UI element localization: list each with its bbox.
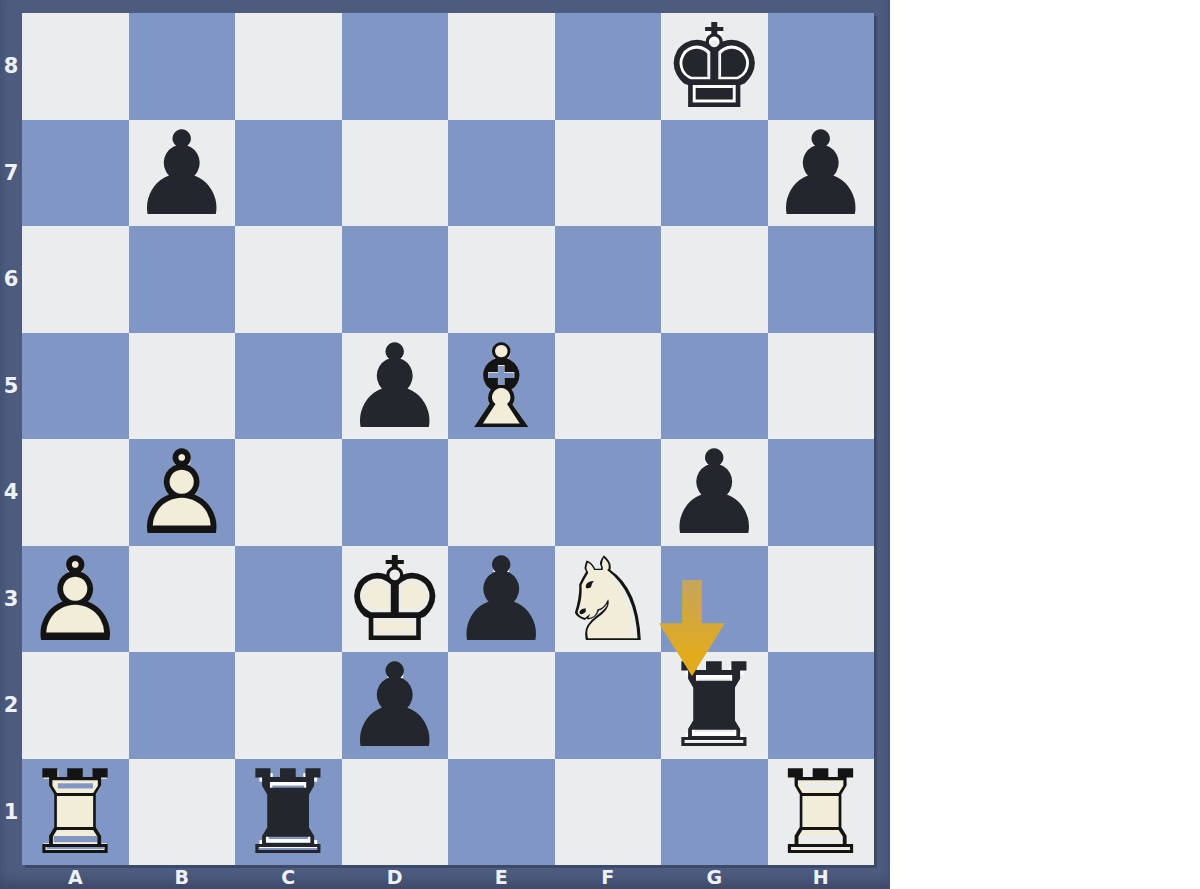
- piece-black-rook[interactable]: ♜♜: [661, 652, 768, 759]
- piece-black-pawn[interactable]: ♟♟: [342, 333, 449, 440]
- square-h1[interactable]: ♜♖: [768, 759, 875, 866]
- rank-label-6: 6: [0, 226, 22, 333]
- square-h2[interactable]: [768, 652, 875, 759]
- square-g2[interactable]: ♜♜: [661, 652, 768, 759]
- side-panel: [890, 0, 1200, 889]
- piece-white-rook[interactable]: ♜♖: [768, 759, 875, 866]
- square-g7[interactable]: [661, 120, 768, 227]
- piece-black-pawn[interactable]: ♟♟: [768, 120, 875, 227]
- square-h3[interactable]: [768, 546, 875, 653]
- square-e4[interactable]: [448, 439, 555, 546]
- square-h5[interactable]: [768, 333, 875, 440]
- square-f1[interactable]: [555, 759, 662, 866]
- square-d3[interactable]: ♚♔: [342, 546, 449, 653]
- file-label-b: B: [129, 865, 236, 889]
- chess-board: ♚♚♟♟♟♟♟♟♝♗♟♙♟♟♟♙♚♔♟♟♞♘♟♟♜♜♜♖♜♜♜♖: [22, 13, 874, 865]
- square-a7[interactable]: [22, 120, 129, 227]
- square-d5[interactable]: ♟♟: [342, 333, 449, 440]
- square-f8[interactable]: [555, 13, 662, 120]
- square-a3[interactable]: ♟♙: [22, 546, 129, 653]
- rank-label-2: 2: [0, 652, 22, 759]
- piece-body: ♟: [661, 440, 768, 547]
- square-c6[interactable]: [235, 226, 342, 333]
- piece-white-pawn[interactable]: ♟♙: [22, 546, 129, 653]
- square-h4[interactable]: [768, 439, 875, 546]
- piece-body: ♟: [129, 121, 236, 228]
- rank-label-4: 4: [0, 439, 22, 546]
- piece-white-rook[interactable]: ♜♖: [22, 759, 129, 866]
- file-label-d: D: [342, 865, 449, 889]
- square-f5[interactable]: [555, 333, 662, 440]
- piece-black-pawn[interactable]: ♟♟: [129, 120, 236, 227]
- piece-outline: ♙: [129, 440, 236, 547]
- square-e5[interactable]: ♝♗: [448, 333, 555, 440]
- square-c4[interactable]: [235, 439, 342, 546]
- chess-board-frame: 87654321 ♚♚♟♟♟♟♟♟♝♗♟♙♟♟♟♙♚♔♟♟♞♘♟♟♜♜♜♖♜♜♜…: [0, 0, 890, 889]
- square-c3[interactable]: [235, 546, 342, 653]
- piece-outline: ♔: [342, 547, 449, 654]
- square-h7[interactable]: ♟♟: [768, 120, 875, 227]
- rank-label-3: 3: [0, 546, 22, 653]
- rank-label-5: 5: [0, 333, 22, 440]
- piece-body: ♟: [342, 334, 449, 441]
- square-a2[interactable]: [22, 652, 129, 759]
- square-e3[interactable]: ♟♟: [448, 546, 555, 653]
- square-e2[interactable]: [448, 652, 555, 759]
- square-b3[interactable]: [129, 546, 236, 653]
- square-f6[interactable]: [555, 226, 662, 333]
- square-e8[interactable]: [448, 13, 555, 120]
- square-d4[interactable]: [342, 439, 449, 546]
- square-h6[interactable]: [768, 226, 875, 333]
- rank-labels: 87654321: [0, 13, 22, 865]
- piece-white-bishop[interactable]: ♝♗: [448, 333, 555, 440]
- square-b7[interactable]: ♟♟: [129, 120, 236, 227]
- square-b2[interactable]: [129, 652, 236, 759]
- file-label-f: F: [555, 865, 662, 889]
- file-labels: ABCDEFGH: [22, 865, 874, 889]
- piece-white-pawn[interactable]: ♟♙: [129, 439, 236, 546]
- square-a4[interactable]: [22, 439, 129, 546]
- piece-outline: ♙: [22, 547, 129, 654]
- piece-body: ♜: [661, 653, 768, 760]
- square-g8[interactable]: ♚♚: [661, 13, 768, 120]
- file-label-e: E: [448, 865, 555, 889]
- piece-black-king[interactable]: ♚♚: [661, 13, 768, 120]
- square-f4[interactable]: [555, 439, 662, 546]
- piece-black-pawn[interactable]: ♟♟: [661, 439, 768, 546]
- square-b1[interactable]: [129, 759, 236, 866]
- square-a6[interactable]: [22, 226, 129, 333]
- rank-label-8: 8: [0, 13, 22, 120]
- piece-body: ♟: [342, 653, 449, 760]
- rank-label-1: 1: [0, 759, 22, 866]
- square-b8[interactable]: [129, 13, 236, 120]
- square-a8[interactable]: [22, 13, 129, 120]
- square-a1[interactable]: ♜♖: [22, 759, 129, 866]
- square-b4[interactable]: ♟♙: [129, 439, 236, 546]
- square-e7[interactable]: [448, 120, 555, 227]
- square-h8[interactable]: [768, 13, 875, 120]
- piece-outline: ♖: [768, 760, 875, 867]
- square-d6[interactable]: [342, 226, 449, 333]
- square-d8[interactable]: [342, 13, 449, 120]
- piece-body: ♜: [235, 760, 342, 867]
- square-c1[interactable]: ♜♜: [235, 759, 342, 866]
- piece-white-king[interactable]: ♚♔: [342, 546, 449, 653]
- square-c7[interactable]: [235, 120, 342, 227]
- square-f2[interactable]: [555, 652, 662, 759]
- square-e1[interactable]: [448, 759, 555, 866]
- square-c8[interactable]: [235, 13, 342, 120]
- square-d1[interactable]: [342, 759, 449, 866]
- square-f3[interactable]: ♞♘: [555, 546, 662, 653]
- square-c2[interactable]: [235, 652, 342, 759]
- piece-black-pawn[interactable]: ♟♟: [448, 546, 555, 653]
- piece-white-knight[interactable]: ♞♘: [555, 546, 662, 653]
- piece-outline: ♘: [555, 547, 662, 654]
- file-label-g: G: [661, 865, 768, 889]
- piece-body: ♚: [661, 14, 768, 121]
- piece-body: ♟: [448, 547, 555, 654]
- piece-body: ♟: [768, 121, 875, 228]
- piece-outline: ♗: [448, 334, 555, 441]
- piece-black-pawn[interactable]: ♟♟: [342, 652, 449, 759]
- square-c5[interactable]: [235, 333, 342, 440]
- square-d2[interactable]: ♟♟: [342, 652, 449, 759]
- square-b5[interactable]: [129, 333, 236, 440]
- square-a5[interactable]: [22, 333, 129, 440]
- square-g6[interactable]: [661, 226, 768, 333]
- square-g4[interactable]: ♟♟: [661, 439, 768, 546]
- square-e6[interactable]: [448, 226, 555, 333]
- piece-black-rook[interactable]: ♜♜: [235, 759, 342, 866]
- square-g1[interactable]: [661, 759, 768, 866]
- square-b6[interactable]: [129, 226, 236, 333]
- square-d7[interactable]: [342, 120, 449, 227]
- square-g5[interactable]: [661, 333, 768, 440]
- piece-outline: ♖: [22, 760, 129, 867]
- rank-label-7: 7: [0, 120, 22, 227]
- square-f7[interactable]: [555, 120, 662, 227]
